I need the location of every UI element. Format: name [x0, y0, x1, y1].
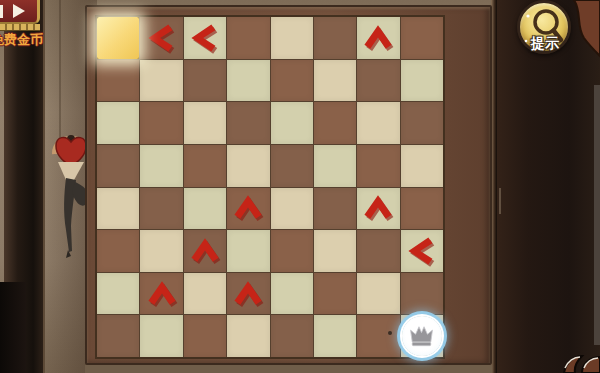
crown-badge[interactable] [402, 316, 442, 356]
board-cell-r6c6[interactable] [357, 273, 399, 315]
board-cell-r7c1[interactable] [140, 315, 182, 357]
board-cell-r7c6[interactable] [357, 315, 399, 357]
board-cell-r1c6[interactable] [357, 60, 399, 102]
board-cell-r2c0[interactable] [97, 102, 139, 144]
board-cell-r0c0[interactable] [97, 17, 139, 59]
board-cell-r3c5[interactable] [314, 145, 356, 187]
arrow-up-icon [142, 275, 182, 313]
board-cell-r2c1[interactable] [140, 102, 182, 144]
board-cell-r2c4[interactable] [271, 102, 313, 144]
board-cell-r3c6[interactable] [357, 145, 399, 187]
coin-banner-panel [0, 0, 40, 24]
board-cell-r6c2[interactable] [184, 273, 226, 315]
board-cell-r0c2[interactable] [184, 17, 226, 59]
board-cell-r2c6[interactable] [357, 102, 399, 144]
board-cell-r0c7[interactable] [401, 17, 443, 59]
board-cell-r1c2[interactable] [184, 60, 226, 102]
board-cell-r1c5[interactable] [314, 60, 356, 102]
board-cell-r1c7[interactable] [401, 60, 443, 102]
board-cell-r5c3[interactable] [227, 230, 269, 272]
board-cell-r1c1[interactable] [140, 60, 182, 102]
board-cell-r4c4[interactable] [271, 188, 313, 230]
board-cell-r4c0[interactable] [97, 188, 139, 230]
corner-curtain-shape [572, 0, 600, 58]
board-cell-r5c2[interactable] [184, 230, 226, 272]
board-cell-r6c0[interactable] [97, 273, 139, 315]
board-cell-r4c1[interactable] [140, 188, 182, 230]
board-base [85, 365, 492, 373]
coin-banner[interactable]: 免费金币 [0, 0, 52, 50]
board-cell-r3c0[interactable] [97, 145, 139, 187]
board-cell-r6c3[interactable] [227, 273, 269, 315]
board-cell-r5c4[interactable] [271, 230, 313, 272]
board-cell-r4c3[interactable] [227, 188, 269, 230]
right-edge-highlight [594, 85, 600, 345]
board-grid [97, 17, 443, 357]
small-dot [388, 331, 392, 335]
board-cell-r6c4[interactable] [271, 273, 313, 315]
clipped-icon [0, 5, 3, 18]
board-cell-r5c6[interactable] [357, 230, 399, 272]
board-cell-r1c3[interactable] [227, 60, 269, 102]
board-cell-r2c5[interactable] [314, 102, 356, 144]
arrow-up-icon [358, 19, 398, 57]
board-cell-r5c1[interactable] [140, 230, 182, 272]
hint-label: 提示 [514, 35, 576, 53]
hint-button[interactable]: 提示 [514, 0, 576, 60]
arrow-up-icon [185, 232, 225, 270]
board-cell-r2c2[interactable] [184, 102, 226, 144]
board-cell-r0c3[interactable] [227, 17, 269, 59]
board-cell-r3c7[interactable] [401, 145, 443, 187]
board-cell-r4c2[interactable] [184, 188, 226, 230]
board-cell-r5c7[interactable] [401, 230, 443, 272]
crown-icon [408, 323, 435, 349]
arrow-left-icon [402, 232, 442, 270]
left-pillar-shadow [0, 282, 26, 373]
board-cell-r7c0[interactable] [97, 315, 139, 357]
arrow-left-icon [185, 19, 225, 57]
board-cell-r7c4[interactable] [271, 315, 313, 357]
arrow-left-icon [142, 19, 182, 57]
board-cell-r3c1[interactable] [140, 145, 182, 187]
coin-banner-label: 免费金币 [0, 31, 43, 49]
board-cell-r0c6[interactable] [357, 17, 399, 59]
board-cell-r3c4[interactable] [271, 145, 313, 187]
game-screen: 免费金币 提示 [0, 0, 600, 373]
board-cell-r2c3[interactable] [227, 102, 269, 144]
board-cell-r1c0[interactable] [97, 60, 139, 102]
board-cell-r7c3[interactable] [227, 315, 269, 357]
board-cell-r0c4[interactable] [271, 17, 313, 59]
board-cell-r7c5[interactable] [314, 315, 356, 357]
arrow-up-icon [228, 275, 268, 313]
board-cell-r6c7[interactable] [401, 273, 443, 315]
board-cell-r4c5[interactable] [314, 188, 356, 230]
coin-banner-trim [0, 24, 40, 31]
wall-scratch [499, 188, 501, 214]
furniture-finial-shape [558, 340, 600, 373]
board-cell-r6c1[interactable] [140, 273, 182, 315]
board-cell-r3c3[interactable] [227, 145, 269, 187]
board-cell-r5c0[interactable] [97, 230, 139, 272]
board-cell-r0c1[interactable] [140, 17, 182, 59]
arrow-up-icon [228, 189, 268, 227]
board-cell-r4c6[interactable] [357, 188, 399, 230]
board-cell-r1c4[interactable] [271, 60, 313, 102]
board-cell-r5c5[interactable] [314, 230, 356, 272]
board-cell-r7c7[interactable] [401, 315, 443, 357]
board-cell-r0c5[interactable] [314, 17, 356, 59]
arrow-up-icon [358, 189, 398, 227]
board-cell-r4c7[interactable] [401, 188, 443, 230]
play-icon [13, 4, 25, 18]
board-cell-r6c5[interactable] [314, 273, 356, 315]
board-frame [85, 5, 492, 365]
board-cell-r3c2[interactable] [184, 145, 226, 187]
board-cell-r7c2[interactable] [184, 315, 226, 357]
board-cell-r2c7[interactable] [401, 102, 443, 144]
